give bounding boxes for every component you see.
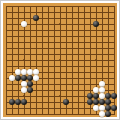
go-board-window xyxy=(0,0,120,120)
points-grid xyxy=(3,3,117,117)
go-board xyxy=(3,3,117,117)
point-T1[interactable] xyxy=(111,111,117,117)
